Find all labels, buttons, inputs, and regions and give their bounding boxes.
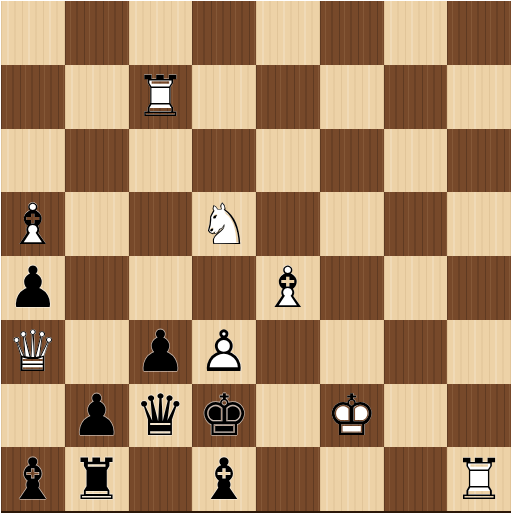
white-pawn-fill: ♟ xyxy=(192,320,256,384)
square-a3[interactable]: ♛♕ xyxy=(1,320,65,384)
square-g1[interactable] xyxy=(384,447,448,511)
white-rook-fill: ♜ xyxy=(447,447,511,511)
square-e4[interactable]: ♝♗ xyxy=(256,256,320,320)
square-d2[interactable]: ♚ xyxy=(192,384,256,448)
square-b1[interactable]: ♜ xyxy=(65,447,129,511)
square-d4[interactable] xyxy=(192,256,256,320)
square-g6[interactable] xyxy=(384,129,448,193)
square-b8[interactable] xyxy=(65,1,129,65)
square-b3[interactable] xyxy=(65,320,129,384)
square-c8[interactable] xyxy=(129,1,193,65)
square-f2[interactable]: ♚♔ xyxy=(320,384,384,448)
white-bishop-icon: ♗ xyxy=(1,192,65,256)
square-f8[interactable] xyxy=(320,1,384,65)
square-a8[interactable] xyxy=(1,1,65,65)
chess-board: ♜♖♝♗♞♘♟♝♗♛♕♟♟♙♟♛♚♚♔♝♜♝♜♖ xyxy=(1,1,511,513)
square-e7[interactable] xyxy=(256,65,320,129)
square-g4[interactable] xyxy=(384,256,448,320)
white-queen-fill: ♛ xyxy=(1,320,65,384)
square-c5[interactable] xyxy=(129,192,193,256)
square-e8[interactable] xyxy=(256,1,320,65)
square-e5[interactable] xyxy=(256,192,320,256)
square-d5[interactable]: ♞♘ xyxy=(192,192,256,256)
square-a7[interactable] xyxy=(1,65,65,129)
square-c3[interactable]: ♟ xyxy=(129,320,193,384)
square-h2[interactable] xyxy=(447,384,511,448)
square-f6[interactable] xyxy=(320,129,384,193)
black-bishop-icon: ♝ xyxy=(1,447,65,511)
square-h6[interactable] xyxy=(447,129,511,193)
white-rook-icon: ♖ xyxy=(447,447,511,511)
square-b7[interactable] xyxy=(65,65,129,129)
square-a4[interactable]: ♟ xyxy=(1,256,65,320)
black-bishop-icon: ♝ xyxy=(192,447,256,511)
square-c1[interactable] xyxy=(129,447,193,511)
square-f4[interactable] xyxy=(320,256,384,320)
square-d6[interactable] xyxy=(192,129,256,193)
square-b4[interactable] xyxy=(65,256,129,320)
square-a5[interactable]: ♝♗ xyxy=(1,192,65,256)
black-queen-icon: ♛ xyxy=(129,384,193,448)
square-e3[interactable] xyxy=(256,320,320,384)
white-pawn-icon: ♙ xyxy=(192,320,256,384)
square-b2[interactable]: ♟ xyxy=(65,384,129,448)
square-e2[interactable] xyxy=(256,384,320,448)
square-g2[interactable] xyxy=(384,384,448,448)
square-d8[interactable] xyxy=(192,1,256,65)
white-rook-icon: ♖ xyxy=(129,65,193,129)
black-pawn-icon: ♟ xyxy=(65,384,129,448)
white-knight-fill: ♞ xyxy=(192,192,256,256)
square-g5[interactable] xyxy=(384,192,448,256)
white-knight-icon: ♘ xyxy=(192,192,256,256)
black-king-icon: ♚ xyxy=(192,384,256,448)
square-e6[interactable] xyxy=(256,129,320,193)
square-e1[interactable] xyxy=(256,447,320,511)
square-h8[interactable] xyxy=(447,1,511,65)
square-b6[interactable] xyxy=(65,129,129,193)
square-b5[interactable] xyxy=(65,192,129,256)
square-f7[interactable] xyxy=(320,65,384,129)
page: { "game": "chess", "position": { "fen": … xyxy=(0,0,512,514)
white-bishop-fill: ♝ xyxy=(1,192,65,256)
square-h7[interactable] xyxy=(447,65,511,129)
square-a6[interactable] xyxy=(1,129,65,193)
square-f1[interactable] xyxy=(320,447,384,511)
black-pawn-icon: ♟ xyxy=(129,320,193,384)
square-c2[interactable]: ♛ xyxy=(129,384,193,448)
square-g7[interactable] xyxy=(384,65,448,129)
square-a2[interactable] xyxy=(1,384,65,448)
square-h5[interactable] xyxy=(447,192,511,256)
square-h3[interactable] xyxy=(447,320,511,384)
white-king-icon: ♔ xyxy=(320,384,384,448)
square-d3[interactable]: ♟♙ xyxy=(192,320,256,384)
square-g8[interactable] xyxy=(384,1,448,65)
black-pawn-icon: ♟ xyxy=(1,256,65,320)
square-f5[interactable] xyxy=(320,192,384,256)
square-h1[interactable]: ♜♖ xyxy=(447,447,511,511)
square-d7[interactable] xyxy=(192,65,256,129)
white-queen-icon: ♕ xyxy=(1,320,65,384)
square-c7[interactable]: ♜♖ xyxy=(129,65,193,129)
black-rook-icon: ♜ xyxy=(65,447,129,511)
square-c6[interactable] xyxy=(129,129,193,193)
white-bishop-fill: ♝ xyxy=(256,256,320,320)
square-a1[interactable]: ♝ xyxy=(1,447,65,511)
square-g3[interactable] xyxy=(384,320,448,384)
square-f3[interactable] xyxy=(320,320,384,384)
white-rook-fill: ♜ xyxy=(129,65,193,129)
square-c4[interactable] xyxy=(129,256,193,320)
square-d1[interactable]: ♝ xyxy=(192,447,256,511)
white-bishop-icon: ♗ xyxy=(256,256,320,320)
square-h4[interactable] xyxy=(447,256,511,320)
white-king-fill: ♚ xyxy=(320,384,384,448)
